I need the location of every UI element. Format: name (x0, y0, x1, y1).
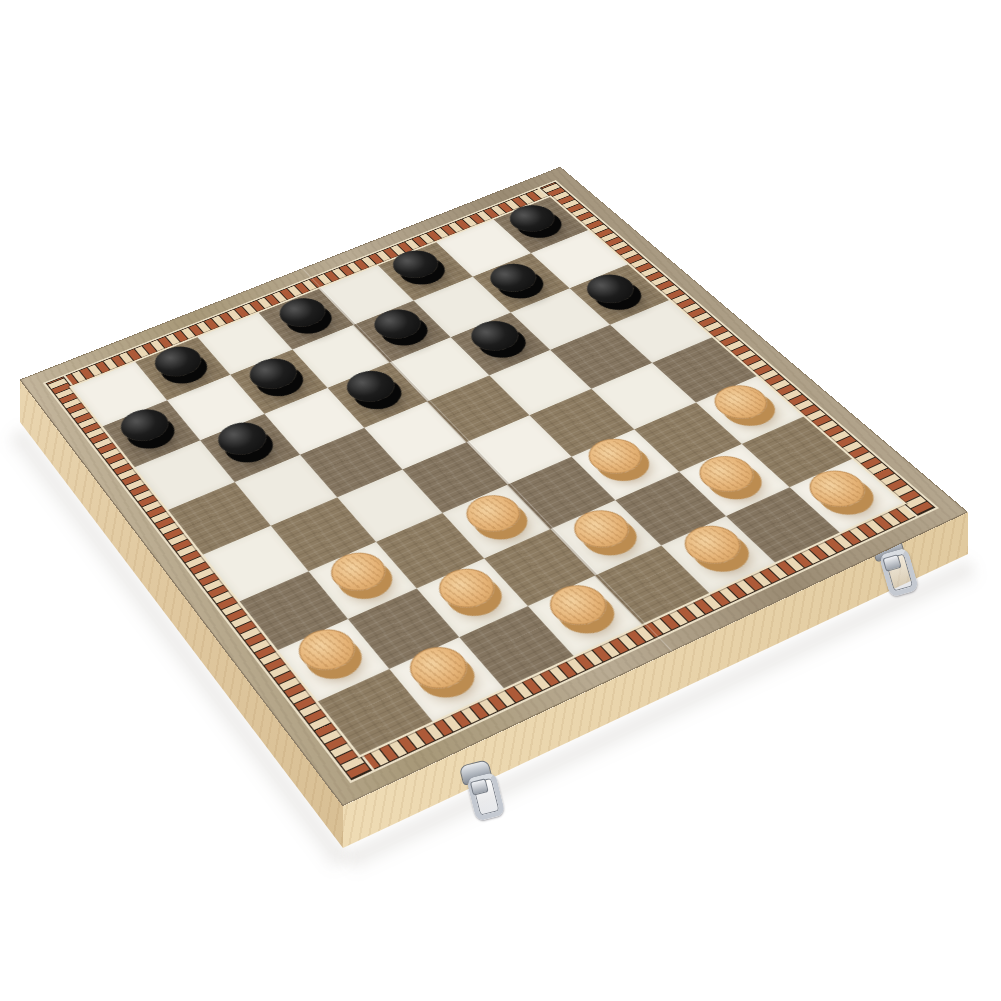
black-piece[interactable] (462, 315, 527, 356)
wood-piece[interactable] (578, 432, 652, 480)
wood-piece[interactable] (289, 622, 365, 678)
black-piece[interactable] (501, 200, 563, 237)
wood-piece[interactable] (321, 546, 395, 599)
clasp-loop (466, 772, 506, 822)
black-piece[interactable] (210, 417, 275, 461)
wood-piece[interactable] (674, 519, 752, 571)
black-piece[interactable] (147, 341, 209, 382)
game-board (20, 167, 969, 806)
black-piece[interactable] (338, 365, 403, 408)
black-piece[interactable] (271, 293, 333, 333)
wood-piece[interactable] (704, 379, 777, 425)
wood-piece[interactable] (399, 639, 477, 696)
wood-piece[interactable] (539, 578, 617, 633)
black-piece[interactable] (385, 245, 447, 283)
black-piece[interactable] (113, 403, 177, 447)
pieces-layer (20, 167, 969, 806)
wood-piece[interactable] (564, 503, 640, 554)
product-photo (0, 0, 1001, 1001)
black-piece[interactable] (578, 269, 643, 308)
black-piece[interactable] (366, 304, 429, 344)
wood-piece[interactable] (689, 449, 765, 498)
black-piece[interactable] (241, 353, 305, 395)
black-piece[interactable] (482, 258, 545, 297)
wood-piece[interactable] (456, 488, 530, 538)
wood-piece[interactable] (798, 464, 876, 514)
wood-piece[interactable] (429, 561, 505, 615)
